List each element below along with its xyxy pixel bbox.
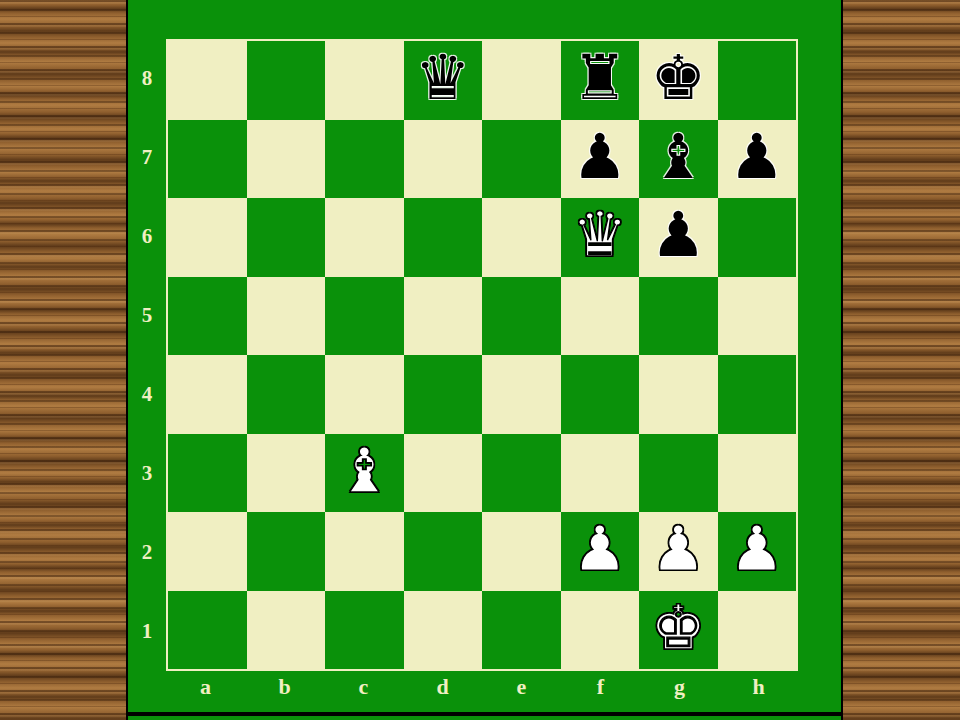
piece-black-rook-f8[interactable]: ♜	[572, 47, 628, 109]
panel-bottom-edge	[126, 712, 843, 716]
square-e3[interactable]	[482, 434, 561, 513]
square-e4[interactable]	[482, 355, 561, 434]
square-a3[interactable]	[168, 434, 247, 513]
square-h4[interactable]	[718, 355, 797, 434]
square-e8[interactable]	[482, 41, 561, 120]
square-h3[interactable]	[718, 434, 797, 513]
square-b1[interactable]	[247, 591, 326, 670]
rank-label-2: 2	[128, 513, 166, 592]
square-d5[interactable]	[404, 277, 483, 356]
square-h8[interactable]	[718, 41, 797, 120]
file-label-f: f	[561, 672, 640, 702]
file-label-e: e	[482, 672, 561, 702]
square-b2[interactable]	[247, 512, 326, 591]
square-g2[interactable]: ♟	[639, 512, 718, 591]
square-d2[interactable]	[404, 512, 483, 591]
rank-label-5: 5	[128, 276, 166, 355]
piece-black-pawn-g6[interactable]: ♟	[650, 204, 706, 266]
square-d7[interactable]	[404, 120, 483, 199]
piece-white-pawn-h2[interactable]: ♟	[729, 518, 785, 580]
square-c5[interactable]	[325, 277, 404, 356]
file-label-h: h	[719, 672, 798, 702]
square-a7[interactable]	[168, 120, 247, 199]
file-label-c: c	[324, 672, 403, 702]
square-g7[interactable]: ♝	[639, 120, 718, 199]
square-d3[interactable]	[404, 434, 483, 513]
rank-label-4: 4	[128, 355, 166, 434]
square-f5[interactable]	[561, 277, 640, 356]
square-b3[interactable]	[247, 434, 326, 513]
file-labels: abcdefgh	[166, 672, 798, 702]
rank-label-7: 7	[128, 118, 166, 197]
square-b7[interactable]	[247, 120, 326, 199]
square-a1[interactable]	[168, 591, 247, 670]
square-e5[interactable]	[482, 277, 561, 356]
square-e6[interactable]	[482, 198, 561, 277]
piece-black-pawn-h7[interactable]: ♟	[729, 126, 785, 188]
square-c1[interactable]	[325, 591, 404, 670]
square-h2[interactable]: ♟	[718, 512, 797, 591]
square-d6[interactable]	[404, 198, 483, 277]
square-b6[interactable]	[247, 198, 326, 277]
file-label-d: d	[403, 672, 482, 702]
piece-black-queen-d8[interactable]: ♛	[415, 47, 471, 109]
rank-label-3: 3	[128, 434, 166, 513]
file-label-a: a	[166, 672, 245, 702]
square-a2[interactable]	[168, 512, 247, 591]
piece-white-pawn-g2[interactable]: ♟	[650, 518, 706, 580]
square-f2[interactable]: ♟	[561, 512, 640, 591]
square-h6[interactable]	[718, 198, 797, 277]
piece-white-king-g1[interactable]: ♚	[650, 597, 706, 659]
piece-white-queen-f6[interactable]: ♛	[572, 204, 628, 266]
square-g3[interactable]	[639, 434, 718, 513]
square-b8[interactable]	[247, 41, 326, 120]
file-label-b: b	[245, 672, 324, 702]
square-b4[interactable]	[247, 355, 326, 434]
piece-black-pawn-f7[interactable]: ♟	[572, 126, 628, 188]
piece-white-bishop-c3[interactable]: ♝	[336, 440, 392, 502]
square-f7[interactable]: ♟	[561, 120, 640, 199]
chess-board-panel: 87654321 ♛♜♚♟♝♟♛♟♝♟♟♟♚ abcdefgh	[126, 0, 843, 720]
square-f4[interactable]	[561, 355, 640, 434]
square-c8[interactable]	[325, 41, 404, 120]
square-a4[interactable]	[168, 355, 247, 434]
square-f6[interactable]: ♛	[561, 198, 640, 277]
square-c3[interactable]: ♝	[325, 434, 404, 513]
square-a6[interactable]	[168, 198, 247, 277]
square-a8[interactable]	[168, 41, 247, 120]
square-d4[interactable]	[404, 355, 483, 434]
square-d8[interactable]: ♛	[404, 41, 483, 120]
square-h7[interactable]: ♟	[718, 120, 797, 199]
square-g4[interactable]	[639, 355, 718, 434]
square-h1[interactable]	[718, 591, 797, 670]
square-f8[interactable]: ♜	[561, 41, 640, 120]
square-e7[interactable]	[482, 120, 561, 199]
square-e1[interactable]	[482, 591, 561, 670]
square-c2[interactable]	[325, 512, 404, 591]
square-b5[interactable]	[247, 277, 326, 356]
square-d1[interactable]	[404, 591, 483, 670]
file-label-g: g	[640, 672, 719, 702]
rank-labels: 87654321	[128, 39, 166, 671]
square-c6[interactable]	[325, 198, 404, 277]
square-g8[interactable]: ♚	[639, 41, 718, 120]
rank-label-1: 1	[128, 592, 166, 671]
square-c7[interactable]	[325, 120, 404, 199]
square-g5[interactable]	[639, 277, 718, 356]
square-a5[interactable]	[168, 277, 247, 356]
rank-label-6: 6	[128, 197, 166, 276]
square-e2[interactable]	[482, 512, 561, 591]
square-c4[interactable]	[325, 355, 404, 434]
square-h5[interactable]	[718, 277, 797, 356]
rank-label-8: 8	[128, 39, 166, 118]
piece-black-king-g8[interactable]: ♚	[650, 47, 706, 109]
square-g1[interactable]: ♚	[639, 591, 718, 670]
square-f1[interactable]	[561, 591, 640, 670]
square-g6[interactable]: ♟	[639, 198, 718, 277]
piece-black-bishop-g7[interactable]: ♝	[650, 126, 706, 188]
square-f3[interactable]	[561, 434, 640, 513]
piece-white-pawn-f2[interactable]: ♟	[572, 518, 628, 580]
board-grid: ♛♜♚♟♝♟♛♟♝♟♟♟♚	[166, 39, 798, 671]
